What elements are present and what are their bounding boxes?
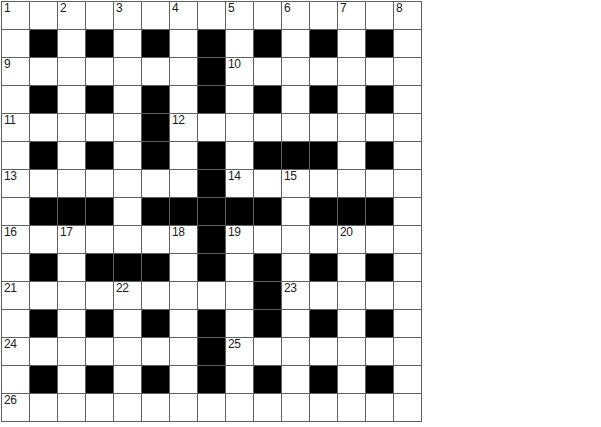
cell-r9c12[interactable] — [310, 226, 337, 253]
cell-r15c3[interactable] — [58, 394, 85, 421]
cell-r13c3[interactable] — [58, 338, 85, 365]
cell-r15c5[interactable] — [114, 394, 141, 421]
clue-number-12: 12 — [172, 114, 184, 127]
cell-r3c3[interactable] — [58, 58, 85, 85]
block-cell-r12c6 — [142, 310, 169, 337]
cell-r7c15[interactable] — [394, 170, 421, 197]
cell-r7c7[interactable] — [170, 170, 197, 197]
block-cell-r12c14 — [366, 310, 393, 337]
block-cell-r2c6 — [142, 30, 169, 57]
block-cell-r8c9 — [226, 198, 253, 225]
clue-number-22: 22 — [116, 282, 128, 295]
cell-r9c2[interactable] — [30, 226, 57, 253]
block-cell-r6c6 — [142, 142, 169, 169]
block-cell-r14c8 — [198, 366, 225, 393]
cell-r1c14[interactable] — [366, 2, 393, 29]
cell-r11c13[interactable] — [338, 282, 365, 309]
cell-r15c9[interactable] — [226, 394, 253, 421]
block-cell-r6c4 — [86, 142, 113, 169]
cell-r3c14[interactable] — [366, 58, 393, 85]
cell-r3c6[interactable] — [142, 58, 169, 85]
block-cell-r4c8 — [198, 86, 225, 113]
clue-number-25: 25 — [228, 338, 240, 351]
cell-r3c4[interactable] — [86, 58, 113, 85]
cell-r4c3[interactable] — [58, 86, 85, 113]
cell-r2c1[interactable] — [2, 30, 29, 57]
cell-r11c15[interactable] — [394, 282, 421, 309]
clue-number-10: 10 — [228, 58, 240, 71]
cell-r1c3[interactable]: 2 — [58, 2, 85, 29]
cell-r7c9[interactable]: 14 — [226, 170, 253, 197]
cell-r2c9[interactable] — [226, 30, 253, 57]
cell-r3c13[interactable] — [338, 58, 365, 85]
cell-r11c11[interactable]: 23 — [282, 282, 309, 309]
block-cell-r11c10 — [254, 282, 281, 309]
block-cell-r12c4 — [86, 310, 113, 337]
clue-number-3: 3 — [116, 2, 122, 15]
cell-r15c13[interactable] — [338, 394, 365, 421]
clue-number-18: 18 — [172, 226, 184, 239]
cell-r11c12[interactable] — [310, 282, 337, 309]
cell-r7c11[interactable]: 15 — [282, 170, 309, 197]
clue-number-20: 20 — [340, 226, 352, 239]
block-cell-r8c10 — [254, 198, 281, 225]
block-cell-r4c14 — [366, 86, 393, 113]
block-cell-r5c6 — [142, 114, 169, 141]
cell-r15c14[interactable] — [366, 394, 393, 421]
cell-r12c5[interactable] — [114, 310, 141, 337]
cell-r1c2[interactable] — [30, 2, 57, 29]
cell-r5c12[interactable] — [310, 114, 337, 141]
cell-r11c4[interactable] — [86, 282, 113, 309]
block-cell-r7c8 — [198, 170, 225, 197]
block-cell-r14c6 — [142, 366, 169, 393]
cell-r4c1[interactable] — [2, 86, 29, 113]
block-cell-r2c12 — [310, 30, 337, 57]
block-cell-r14c4 — [86, 366, 113, 393]
cell-r7c14[interactable] — [366, 170, 393, 197]
cell-r2c11[interactable] — [282, 30, 309, 57]
cell-r1c1[interactable]: 1 — [2, 2, 29, 29]
cell-r1c4[interactable] — [86, 2, 113, 29]
clue-number-7: 7 — [340, 2, 346, 15]
clue-number-17: 17 — [60, 226, 72, 239]
cell-r9c7[interactable]: 18 — [170, 226, 197, 253]
cell-r1c5[interactable]: 3 — [114, 2, 141, 29]
cell-r6c13[interactable] — [338, 142, 365, 169]
cell-r9c10[interactable] — [254, 226, 281, 253]
clue-number-16: 16 — [4, 226, 16, 239]
cell-r4c13[interactable] — [338, 86, 365, 113]
cell-r3c7[interactable] — [170, 58, 197, 85]
block-cell-r8c4 — [86, 198, 113, 225]
cell-r11c7[interactable] — [170, 282, 197, 309]
block-cell-r10c12 — [310, 254, 337, 281]
cell-r11c1[interactable]: 21 — [2, 282, 29, 309]
block-cell-r2c8 — [198, 30, 225, 57]
cell-r9c4[interactable] — [86, 226, 113, 253]
cell-r6c3[interactable] — [58, 142, 85, 169]
cell-r13c9[interactable]: 25 — [226, 338, 253, 365]
cell-r4c9[interactable] — [226, 86, 253, 113]
cell-r6c7[interactable] — [170, 142, 197, 169]
cell-r15c6[interactable] — [142, 394, 169, 421]
block-cell-r2c14 — [366, 30, 393, 57]
block-cell-r14c2 — [30, 366, 57, 393]
clue-number-23: 23 — [284, 282, 296, 295]
block-cell-r12c10 — [254, 310, 281, 337]
block-cell-r8c6 — [142, 198, 169, 225]
cell-r13c10[interactable] — [254, 338, 281, 365]
cell-r14c3[interactable] — [58, 366, 85, 393]
cell-r1c13[interactable]: 7 — [338, 2, 365, 29]
cell-r5c9[interactable] — [226, 114, 253, 141]
cell-r14c15[interactable] — [394, 366, 421, 393]
cell-r1c8[interactable] — [198, 2, 225, 29]
cell-r10c9[interactable] — [226, 254, 253, 281]
cell-r2c15[interactable] — [394, 30, 421, 57]
cell-r5c4[interactable] — [86, 114, 113, 141]
cell-r3c12[interactable] — [310, 58, 337, 85]
cell-r5c14[interactable] — [366, 114, 393, 141]
block-cell-r12c8 — [198, 310, 225, 337]
cell-r9c11[interactable] — [282, 226, 309, 253]
cell-r15c11[interactable] — [282, 394, 309, 421]
cell-r13c1[interactable]: 24 — [2, 338, 29, 365]
cell-r13c13[interactable] — [338, 338, 365, 365]
clue-number-26: 26 — [4, 394, 16, 407]
block-cell-r10c6 — [142, 254, 169, 281]
cell-r11c9[interactable] — [226, 282, 253, 309]
clue-number-21: 21 — [4, 282, 16, 295]
cell-r5c13[interactable] — [338, 114, 365, 141]
cell-r11c14[interactable] — [366, 282, 393, 309]
cell-r7c4[interactable] — [86, 170, 113, 197]
block-cell-r4c12 — [310, 86, 337, 113]
cell-r13c14[interactable] — [366, 338, 393, 365]
clue-number-5: 5 — [228, 2, 234, 15]
cell-r8c15[interactable] — [394, 198, 421, 225]
cell-r9c5[interactable] — [114, 226, 141, 253]
cell-r1c12[interactable] — [310, 2, 337, 29]
cell-r10c1[interactable] — [2, 254, 29, 281]
cell-r9c1[interactable]: 16 — [2, 226, 29, 253]
cell-r8c5[interactable] — [114, 198, 141, 225]
cell-r11c2[interactable] — [30, 282, 57, 309]
cell-r10c7[interactable] — [170, 254, 197, 281]
cell-r13c2[interactable] — [30, 338, 57, 365]
block-cell-r2c4 — [86, 30, 113, 57]
block-cell-r10c10 — [254, 254, 281, 281]
cell-r7c10[interactable] — [254, 170, 281, 197]
block-cell-r2c10 — [254, 30, 281, 57]
cell-r4c5[interactable] — [114, 86, 141, 113]
cell-r6c5[interactable] — [114, 142, 141, 169]
cell-r12c1[interactable] — [2, 310, 29, 337]
cell-r5c3[interactable] — [58, 114, 85, 141]
cell-r11c3[interactable] — [58, 282, 85, 309]
cell-r14c9[interactable] — [226, 366, 253, 393]
cell-r3c5[interactable] — [114, 58, 141, 85]
block-cell-r8c2 — [30, 198, 57, 225]
cell-r5c10[interactable] — [254, 114, 281, 141]
block-cell-r8c7 — [170, 198, 197, 225]
cell-r13c12[interactable] — [310, 338, 337, 365]
cell-r3c9[interactable]: 10 — [226, 58, 253, 85]
clue-number-6: 6 — [284, 2, 290, 15]
crossword-board: 1234567891011121314151617181920212223242… — [1, 1, 422, 422]
block-cell-r8c12 — [310, 198, 337, 225]
cell-r4c11[interactable] — [282, 86, 309, 113]
cell-r13c6[interactable] — [142, 338, 169, 365]
cell-r8c1[interactable] — [2, 198, 29, 225]
cell-r11c6[interactable] — [142, 282, 169, 309]
cell-r10c15[interactable] — [394, 254, 421, 281]
cell-r14c7[interactable] — [170, 366, 197, 393]
block-cell-r6c8 — [198, 142, 225, 169]
block-cell-r6c11 — [282, 142, 309, 169]
cell-r1c11[interactable]: 6 — [282, 2, 309, 29]
block-cell-r10c2 — [30, 254, 57, 281]
cell-r9c13[interactable]: 20 — [338, 226, 365, 253]
cell-r14c5[interactable] — [114, 366, 141, 393]
cell-r2c13[interactable] — [338, 30, 365, 57]
block-cell-r3c8 — [198, 58, 225, 85]
cell-r9c15[interactable] — [394, 226, 421, 253]
clue-number-19: 19 — [228, 226, 240, 239]
cell-r5c7[interactable]: 12 — [170, 114, 197, 141]
cell-r3c15[interactable] — [394, 58, 421, 85]
cell-r2c7[interactable] — [170, 30, 197, 57]
cell-r15c8[interactable] — [198, 394, 225, 421]
cell-r13c4[interactable] — [86, 338, 113, 365]
cell-r12c7[interactable] — [170, 310, 197, 337]
cell-r13c11[interactable] — [282, 338, 309, 365]
clue-number-11: 11 — [4, 114, 15, 127]
cell-r14c1[interactable] — [2, 366, 29, 393]
block-cell-r6c12 — [310, 142, 337, 169]
cell-r1c10[interactable] — [254, 2, 281, 29]
cell-r13c7[interactable] — [170, 338, 197, 365]
cell-r3c11[interactable] — [282, 58, 309, 85]
cell-r7c5[interactable] — [114, 170, 141, 197]
cell-r15c1[interactable]: 26 — [2, 394, 29, 421]
block-cell-r8c13 — [338, 198, 365, 225]
cell-r4c15[interactable] — [394, 86, 421, 113]
block-cell-r4c2 — [30, 86, 57, 113]
cell-r1c7[interactable]: 4 — [170, 2, 197, 29]
block-cell-r4c10 — [254, 86, 281, 113]
block-cell-r13c8 — [198, 338, 225, 365]
clue-number-9: 9 — [4, 58, 10, 71]
cell-r7c2[interactable] — [30, 170, 57, 197]
block-cell-r10c5 — [114, 254, 141, 281]
clue-number-4: 4 — [172, 2, 178, 15]
block-cell-r10c4 — [86, 254, 113, 281]
cell-r12c9[interactable] — [226, 310, 253, 337]
block-cell-r10c8 — [198, 254, 225, 281]
cell-r15c7[interactable] — [170, 394, 197, 421]
cell-r3c2[interactable] — [30, 58, 57, 85]
cell-r9c14[interactable] — [366, 226, 393, 253]
cell-r11c5[interactable]: 22 — [114, 282, 141, 309]
cell-r6c1[interactable] — [2, 142, 29, 169]
cell-r5c1[interactable]: 11 — [2, 114, 29, 141]
block-cell-r8c14 — [366, 198, 393, 225]
cell-r15c12[interactable] — [310, 394, 337, 421]
cell-r1c15[interactable]: 8 — [394, 2, 421, 29]
cell-r7c1[interactable]: 13 — [2, 170, 29, 197]
block-cell-r14c12 — [310, 366, 337, 393]
page-background: 1234567891011121314151617181920212223242… — [0, 0, 601, 427]
cell-r5c2[interactable] — [30, 114, 57, 141]
block-cell-r12c2 — [30, 310, 57, 337]
cell-r10c13[interactable] — [338, 254, 365, 281]
cell-r13c5[interactable] — [114, 338, 141, 365]
block-cell-r10c14 — [366, 254, 393, 281]
block-cell-r8c3 — [58, 198, 85, 225]
cell-r7c6[interactable] — [142, 170, 169, 197]
cell-r12c13[interactable] — [338, 310, 365, 337]
block-cell-r6c2 — [30, 142, 57, 169]
cell-r12c15[interactable] — [394, 310, 421, 337]
block-cell-r6c10 — [254, 142, 281, 169]
clue-number-8: 8 — [396, 2, 402, 15]
block-cell-r8c8 — [198, 198, 225, 225]
cell-r9c9[interactable]: 19 — [226, 226, 253, 253]
cell-r15c15[interactable] — [394, 394, 421, 421]
cell-r9c3[interactable]: 17 — [58, 226, 85, 253]
cell-r2c3[interactable] — [58, 30, 85, 57]
cell-r15c2[interactable] — [30, 394, 57, 421]
cell-r7c12[interactable] — [310, 170, 337, 197]
block-cell-r12c12 — [310, 310, 337, 337]
cell-r2c5[interactable] — [114, 30, 141, 57]
cell-r7c3[interactable] — [58, 170, 85, 197]
cell-r13c15[interactable] — [394, 338, 421, 365]
cell-r3c1[interactable]: 9 — [2, 58, 29, 85]
cell-r7c13[interactable] — [338, 170, 365, 197]
clue-number-13: 13 — [4, 170, 16, 183]
cell-r12c3[interactable] — [58, 310, 85, 337]
cell-r5c5[interactable] — [114, 114, 141, 141]
cell-r6c9[interactable] — [226, 142, 253, 169]
block-cell-r6c14 — [366, 142, 393, 169]
block-cell-r2c2 — [30, 30, 57, 57]
cell-r14c13[interactable] — [338, 366, 365, 393]
cell-r4c7[interactable] — [170, 86, 197, 113]
cell-r12c11[interactable] — [282, 310, 309, 337]
cell-r10c11[interactable] — [282, 254, 309, 281]
cell-r15c10[interactable] — [254, 394, 281, 421]
cell-r5c11[interactable] — [282, 114, 309, 141]
block-cell-r14c10 — [254, 366, 281, 393]
cell-r15c4[interactable] — [86, 394, 113, 421]
cell-r9c6[interactable] — [142, 226, 169, 253]
block-cell-r9c8 — [198, 226, 225, 253]
cell-r5c8[interactable] — [198, 114, 225, 141]
cell-r1c6[interactable] — [142, 2, 169, 29]
clue-number-14: 14 — [228, 170, 240, 183]
cell-r1c9[interactable]: 5 — [226, 2, 253, 29]
clue-number-24: 24 — [4, 338, 16, 351]
block-cell-r4c6 — [142, 86, 169, 113]
clue-number-1: 1 — [4, 2, 10, 15]
cell-r10c3[interactable] — [58, 254, 85, 281]
cell-r6c15[interactable] — [394, 142, 421, 169]
clue-number-2: 2 — [60, 2, 66, 15]
block-cell-r4c4 — [86, 86, 113, 113]
cell-r11c8[interactable] — [198, 282, 225, 309]
cell-r3c10[interactable] — [254, 58, 281, 85]
cell-r8c11[interactable] — [282, 198, 309, 225]
block-cell-r14c14 — [366, 366, 393, 393]
cell-r14c11[interactable] — [282, 366, 309, 393]
clue-number-15: 15 — [284, 170, 296, 183]
cell-r5c15[interactable] — [394, 114, 421, 141]
